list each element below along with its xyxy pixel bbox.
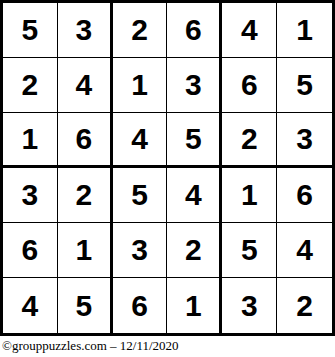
sudoku-cell-r3c1: 1 bbox=[3, 113, 58, 168]
sudoku-cell-r4c2: 2 bbox=[58, 168, 113, 223]
sudoku-cell-r1c1: 5 bbox=[3, 3, 58, 58]
sudoku-cell-r2c6: 5 bbox=[277, 58, 332, 113]
credit-line: ©grouppuzzles.com – 12/11/2020 bbox=[2, 338, 179, 354]
sudoku-cell-r5c4: 2 bbox=[167, 223, 222, 278]
sudoku-grid: 532641241365164523325416613254456132 bbox=[0, 0, 335, 336]
sudoku-cell-r2c5: 6 bbox=[222, 58, 277, 113]
sudoku-cell-r3c2: 6 bbox=[58, 113, 113, 168]
sudoku-cell-r2c4: 3 bbox=[167, 58, 222, 113]
sudoku-cell-r1c2: 3 bbox=[58, 3, 113, 58]
sudoku-cell-r3c6: 3 bbox=[277, 113, 332, 168]
sudoku-cell-r4c1: 3 bbox=[3, 168, 58, 223]
sudoku-cell-r3c4: 5 bbox=[167, 113, 222, 168]
sudoku-cell-r6c4: 1 bbox=[167, 278, 222, 333]
sudoku-cell-r1c6: 1 bbox=[277, 3, 332, 58]
sudoku-cell-r3c3: 4 bbox=[113, 113, 168, 168]
sudoku-cell-r1c4: 6 bbox=[167, 3, 222, 58]
puzzle-page: 532641241365164523325416613254456132 ©gr… bbox=[0, 0, 335, 357]
sudoku-cell-r2c3: 1 bbox=[113, 58, 168, 113]
sudoku-cell-r3c5: 2 bbox=[222, 113, 277, 168]
sudoku-cell-r6c5: 3 bbox=[222, 278, 277, 333]
sudoku-cell-r2c2: 4 bbox=[58, 58, 113, 113]
sudoku-cell-r5c6: 4 bbox=[277, 223, 332, 278]
sudoku-cell-r6c6: 2 bbox=[277, 278, 332, 333]
sudoku-cell-r5c1: 6 bbox=[3, 223, 58, 278]
sudoku-cell-r6c2: 5 bbox=[58, 278, 113, 333]
sudoku-cell-r4c4: 4 bbox=[167, 168, 222, 223]
sudoku-cell-r2c1: 2 bbox=[3, 58, 58, 113]
sudoku-cell-r1c3: 2 bbox=[113, 3, 168, 58]
sudoku-cell-r4c3: 5 bbox=[113, 168, 168, 223]
sudoku-cell-r4c5: 1 bbox=[222, 168, 277, 223]
sudoku-cell-r5c2: 1 bbox=[58, 223, 113, 278]
sudoku-cell-r5c3: 3 bbox=[113, 223, 168, 278]
sudoku-cell-r5c5: 5 bbox=[222, 223, 277, 278]
sudoku-cell-r6c3: 6 bbox=[113, 278, 168, 333]
sudoku-cell-r1c5: 4 bbox=[222, 3, 277, 58]
sudoku-cell-r4c6: 6 bbox=[277, 168, 332, 223]
sudoku-cell-r6c1: 4 bbox=[3, 278, 58, 333]
